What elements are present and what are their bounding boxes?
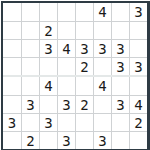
cell-r4c3[interactable]: [39, 57, 57, 75]
cell-r1c2[interactable]: [21, 3, 39, 21]
cell-r7c4[interactable]: [57, 113, 75, 131]
cell-r8c3[interactable]: [39, 131, 57, 149]
cell-r5c4[interactable]: [57, 77, 75, 95]
cell-r5c2[interactable]: [21, 77, 39, 95]
cell-r5c1[interactable]: [3, 77, 21, 95]
board-top-half: 43234333233: [3, 3, 147, 75]
cell-r8c2-clue: 2: [21, 131, 39, 149]
cell-r7c1-clue: 3: [3, 113, 21, 131]
cell-r1c4[interactable]: [57, 3, 75, 21]
cell-r6c3[interactable]: [39, 95, 57, 113]
cell-r1c8-clue: 3: [129, 3, 147, 21]
cell-r6c1[interactable]: [3, 95, 21, 113]
cell-r2c4[interactable]: [57, 21, 75, 39]
cell-r2c8[interactable]: [129, 21, 147, 39]
cell-r3c3-clue: 3: [39, 39, 57, 57]
cell-r3c8[interactable]: [129, 39, 147, 57]
cell-r2c7[interactable]: [111, 21, 129, 39]
cell-r6c6[interactable]: [93, 95, 111, 113]
cell-r4c1[interactable]: [3, 57, 21, 75]
cell-r2c6[interactable]: [93, 21, 111, 39]
cell-r5c7[interactable]: [111, 77, 129, 95]
cell-r7c5[interactable]: [75, 113, 93, 131]
cell-r5c3-clue: 4: [39, 77, 57, 95]
cell-r7c3-clue: 3: [39, 113, 57, 131]
cell-r3c1[interactable]: [3, 39, 21, 57]
cell-r4c4[interactable]: [57, 57, 75, 75]
cell-r4c2[interactable]: [21, 57, 39, 75]
cell-r3c4-clue: 4: [57, 39, 75, 57]
cell-r5c5[interactable]: [75, 77, 93, 95]
cell-r6c8-clue: 4: [129, 95, 147, 113]
cell-r4c6[interactable]: [93, 57, 111, 75]
cell-r3c2[interactable]: [21, 39, 39, 57]
board-bottom-half: 4433234332233: [3, 77, 147, 149]
cell-r6c7-clue: 3: [111, 95, 129, 113]
cell-r8c5[interactable]: [75, 131, 93, 149]
puzzle-board: 43234333233 4433234332233: [1, 1, 150, 150]
cell-r7c6[interactable]: [93, 113, 111, 131]
cell-r1c1[interactable]: [3, 3, 21, 21]
cell-r1c5[interactable]: [75, 3, 93, 21]
cell-r3c6-clue: 3: [93, 39, 111, 57]
cell-r3c7-clue: 3: [111, 39, 129, 57]
cell-r5c8[interactable]: [129, 77, 147, 95]
cell-r7c8-clue: 2: [129, 113, 147, 131]
cell-r6c5-clue: 2: [75, 95, 93, 113]
cell-r6c2-clue: 3: [21, 95, 39, 113]
cell-r1c7[interactable]: [111, 3, 129, 21]
cell-r7c2[interactable]: [21, 113, 39, 131]
cell-r2c2[interactable]: [21, 21, 39, 39]
cell-r6c4-clue: 3: [57, 95, 75, 113]
cell-r4c8-clue: 3: [129, 57, 147, 75]
cell-r4c7-clue: 3: [111, 57, 129, 75]
cell-r8c8[interactable]: [129, 131, 147, 149]
cell-r8c4-clue: 3: [57, 131, 75, 149]
cell-r4c5-clue: 2: [75, 57, 93, 75]
cell-r5c6-clue: 4: [93, 77, 111, 95]
cell-r8c6-clue: 3: [93, 131, 111, 149]
cell-r7c7[interactable]: [111, 113, 129, 131]
cell-r2c1[interactable]: [3, 21, 21, 39]
cell-r8c7[interactable]: [111, 131, 129, 149]
cell-r2c3-clue: 2: [39, 21, 57, 39]
cell-r8c1[interactable]: [3, 131, 21, 149]
cell-r3c5-clue: 3: [75, 39, 93, 57]
cell-r2c5[interactable]: [75, 21, 93, 39]
cell-r1c3[interactable]: [39, 3, 57, 21]
puzzle-page: 43234333233 4433234332233: [0, 0, 150, 150]
cell-r1c6-clue: 4: [93, 3, 111, 21]
